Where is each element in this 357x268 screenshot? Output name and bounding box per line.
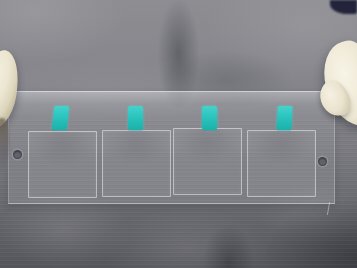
- tape-tab-4: [276, 106, 292, 130]
- film-sheen: [9, 92, 334, 104]
- tape-tab-1: [52, 106, 70, 130]
- registration-hole-right: [318, 157, 327, 166]
- tape-tab-3: [202, 106, 217, 130]
- plate-3: [173, 128, 242, 195]
- registration-hole-left: [13, 150, 22, 159]
- plate-2: [102, 130, 171, 197]
- plate-1: [28, 131, 97, 198]
- plate-4: [247, 130, 316, 197]
- photo: Two white latex-gloved fingertips hold a…: [0, 0, 357, 268]
- transparent-film-strip: [8, 91, 335, 204]
- tape-tab-2: [128, 106, 143, 130]
